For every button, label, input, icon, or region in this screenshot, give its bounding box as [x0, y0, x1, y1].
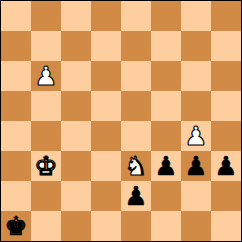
square-e4[interactable] — [121, 121, 151, 151]
square-a2[interactable] — [1, 181, 31, 211]
square-h8[interactable] — [211, 1, 241, 31]
square-g8[interactable] — [181, 1, 211, 31]
square-f6[interactable] — [151, 61, 181, 91]
square-f4[interactable] — [151, 121, 181, 151]
square-g4[interactable]: ♟ — [181, 121, 211, 151]
square-g7[interactable] — [181, 31, 211, 61]
square-a1[interactable]: ♚ — [1, 211, 31, 241]
square-c3[interactable] — [61, 151, 91, 181]
piece-black-pawn[interactable]: ♟ — [214, 151, 237, 181]
square-d3[interactable] — [91, 151, 121, 181]
square-e5[interactable] — [121, 91, 151, 121]
square-d8[interactable] — [91, 1, 121, 31]
square-h4[interactable] — [211, 121, 241, 151]
square-d4[interactable] — [91, 121, 121, 151]
square-d1[interactable] — [91, 211, 121, 241]
square-g1[interactable] — [181, 211, 211, 241]
square-g6[interactable] — [181, 61, 211, 91]
square-h7[interactable] — [211, 31, 241, 61]
square-b6[interactable]: ♟ — [31, 61, 61, 91]
square-h5[interactable] — [211, 91, 241, 121]
square-a5[interactable] — [1, 91, 31, 121]
square-e1[interactable] — [121, 211, 151, 241]
piece-black-pawn[interactable]: ♟ — [124, 181, 147, 211]
square-b5[interactable] — [31, 91, 61, 121]
square-b2[interactable] — [31, 181, 61, 211]
piece-white-pawn[interactable]: ♟ — [34, 61, 57, 91]
square-f1[interactable] — [151, 211, 181, 241]
square-c8[interactable] — [61, 1, 91, 31]
square-c1[interactable] — [61, 211, 91, 241]
square-c6[interactable] — [61, 61, 91, 91]
square-h6[interactable] — [211, 61, 241, 91]
square-a8[interactable] — [1, 1, 31, 31]
square-h3[interactable]: ♟ — [211, 151, 241, 181]
piece-black-pawn[interactable]: ♟ — [184, 151, 207, 181]
square-e8[interactable] — [121, 1, 151, 31]
square-h1[interactable] — [211, 211, 241, 241]
square-b8[interactable] — [31, 1, 61, 31]
square-b3[interactable]: ♚ — [31, 151, 61, 181]
square-a6[interactable] — [1, 61, 31, 91]
square-f3[interactable]: ♟ — [151, 151, 181, 181]
square-c4[interactable] — [61, 121, 91, 151]
square-a4[interactable] — [1, 121, 31, 151]
square-g3[interactable]: ♟ — [181, 151, 211, 181]
square-d7[interactable] — [91, 31, 121, 61]
square-c7[interactable] — [61, 31, 91, 61]
piece-black-pawn[interactable]: ♟ — [154, 151, 177, 181]
square-b1[interactable] — [31, 211, 61, 241]
square-f2[interactable] — [151, 181, 181, 211]
square-d2[interactable] — [91, 181, 121, 211]
square-d5[interactable] — [91, 91, 121, 121]
chess-board: ♟♟♚♞♟♟♟♟♚ — [1, 1, 241, 241]
square-h2[interactable] — [211, 181, 241, 211]
square-d6[interactable] — [91, 61, 121, 91]
square-f7[interactable] — [151, 31, 181, 61]
square-g5[interactable] — [181, 91, 211, 121]
square-c2[interactable] — [61, 181, 91, 211]
square-g2[interactable] — [181, 181, 211, 211]
piece-white-pawn[interactable]: ♟ — [184, 121, 207, 151]
square-a3[interactable] — [1, 151, 31, 181]
square-e2[interactable]: ♟ — [121, 181, 151, 211]
square-e6[interactable] — [121, 61, 151, 91]
square-f8[interactable] — [151, 1, 181, 31]
piece-white-knight[interactable]: ♞ — [124, 151, 147, 181]
piece-white-king[interactable]: ♚ — [34, 151, 57, 181]
square-b4[interactable] — [31, 121, 61, 151]
square-e7[interactable] — [121, 31, 151, 61]
piece-black-king[interactable]: ♚ — [4, 211, 27, 241]
square-f5[interactable] — [151, 91, 181, 121]
square-e3[interactable]: ♞ — [121, 151, 151, 181]
square-b7[interactable] — [31, 31, 61, 61]
chess-board-frame: ♟♟♚♞♟♟♟♟♚ — [0, 0, 242, 242]
square-a7[interactable] — [1, 31, 31, 61]
square-c5[interactable] — [61, 91, 91, 121]
